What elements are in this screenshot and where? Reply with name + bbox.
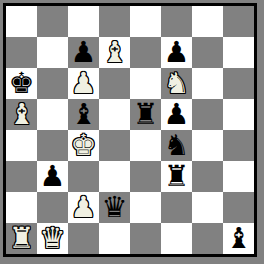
square-h1[interactable]: ♝ [223, 223, 254, 254]
square-e4[interactable] [130, 130, 161, 161]
square-a7[interactable] [6, 37, 37, 68]
square-g3[interactable] [192, 161, 223, 192]
square-h4[interactable] [223, 130, 254, 161]
square-h5[interactable] [223, 99, 254, 130]
white-rook[interactable]: ♜ [9, 224, 35, 253]
square-e5[interactable]: ♜ [130, 99, 161, 130]
black-king[interactable]: ♚ [9, 69, 35, 98]
square-h3[interactable] [223, 161, 254, 192]
square-c7[interactable]: ♟ [68, 37, 99, 68]
square-e8[interactable] [130, 6, 161, 37]
square-g1[interactable] [192, 223, 223, 254]
square-e1[interactable] [130, 223, 161, 254]
white-queen[interactable]: ♛ [40, 224, 66, 253]
black-bishop[interactable]: ♝ [226, 224, 252, 253]
chess-diagram-frame: ♟♝♟♚♟♞♝♝♜♟♚♞♟♜♟♛♜♛♝ [0, 0, 264, 264]
square-d8[interactable] [99, 6, 130, 37]
black-pawn[interactable]: ♟ [40, 162, 66, 191]
square-b6[interactable] [37, 68, 68, 99]
square-d2[interactable]: ♛ [99, 192, 130, 223]
black-pawn[interactable]: ♟ [164, 38, 190, 67]
square-a6[interactable]: ♚ [6, 68, 37, 99]
square-f7[interactable]: ♟ [161, 37, 192, 68]
white-pawn[interactable]: ♟ [71, 69, 97, 98]
square-a4[interactable] [6, 130, 37, 161]
square-d3[interactable] [99, 161, 130, 192]
square-b5[interactable] [37, 99, 68, 130]
square-h8[interactable] [223, 6, 254, 37]
black-rook[interactable]: ♜ [133, 100, 159, 129]
square-b1[interactable]: ♛ [37, 223, 68, 254]
white-bishop[interactable]: ♝ [9, 100, 35, 129]
square-c5[interactable]: ♝ [68, 99, 99, 130]
square-e6[interactable] [130, 68, 161, 99]
square-a1[interactable]: ♜ [6, 223, 37, 254]
black-knight[interactable]: ♞ [164, 131, 190, 160]
square-g7[interactable] [192, 37, 223, 68]
square-c8[interactable] [68, 6, 99, 37]
black-bishop[interactable]: ♝ [71, 100, 97, 129]
white-knight[interactable]: ♞ [164, 69, 190, 98]
square-g8[interactable] [192, 6, 223, 37]
square-c4[interactable]: ♚ [68, 130, 99, 161]
square-f3[interactable]: ♜ [161, 161, 192, 192]
square-h7[interactable] [223, 37, 254, 68]
white-pawn[interactable]: ♟ [71, 193, 97, 222]
square-g2[interactable] [192, 192, 223, 223]
square-f4[interactable]: ♞ [161, 130, 192, 161]
square-d6[interactable] [99, 68, 130, 99]
square-d7[interactable]: ♝ [99, 37, 130, 68]
square-f8[interactable] [161, 6, 192, 37]
square-d1[interactable] [99, 223, 130, 254]
black-rook[interactable]: ♜ [164, 162, 190, 191]
square-f6[interactable]: ♞ [161, 68, 192, 99]
square-a3[interactable] [6, 161, 37, 192]
square-a5[interactable]: ♝ [6, 99, 37, 130]
square-g4[interactable] [192, 130, 223, 161]
black-pawn[interactable]: ♟ [71, 38, 97, 67]
square-e3[interactable] [130, 161, 161, 192]
square-g5[interactable] [192, 99, 223, 130]
square-d5[interactable] [99, 99, 130, 130]
square-f2[interactable] [161, 192, 192, 223]
square-h6[interactable] [223, 68, 254, 99]
square-e7[interactable] [130, 37, 161, 68]
square-d4[interactable] [99, 130, 130, 161]
square-b8[interactable] [37, 6, 68, 37]
square-b7[interactable] [37, 37, 68, 68]
square-c6[interactable]: ♟ [68, 68, 99, 99]
square-b3[interactable]: ♟ [37, 161, 68, 192]
square-c2[interactable]: ♟ [68, 192, 99, 223]
square-c1[interactable] [68, 223, 99, 254]
square-g6[interactable] [192, 68, 223, 99]
white-king[interactable]: ♚ [71, 131, 97, 160]
black-queen[interactable]: ♛ [102, 193, 128, 222]
white-bishop[interactable]: ♝ [102, 38, 128, 67]
square-h2[interactable] [223, 192, 254, 223]
square-a2[interactable] [6, 192, 37, 223]
square-b4[interactable] [37, 130, 68, 161]
chess-board: ♟♝♟♚♟♞♝♝♜♟♚♞♟♜♟♛♜♛♝ [3, 3, 257, 257]
square-e2[interactable] [130, 192, 161, 223]
square-c3[interactable] [68, 161, 99, 192]
square-a8[interactable] [6, 6, 37, 37]
square-f5[interactable]: ♟ [161, 99, 192, 130]
black-pawn[interactable]: ♟ [164, 100, 190, 129]
square-b2[interactable] [37, 192, 68, 223]
square-f1[interactable] [161, 223, 192, 254]
